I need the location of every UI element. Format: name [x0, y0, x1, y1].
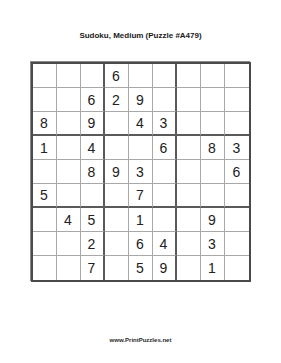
- sudoku-cell-r5c9: 6: [225, 160, 249, 184]
- sudoku-cell-r3c2: [57, 112, 81, 136]
- sudoku-cell-r2c5: 9: [129, 88, 153, 112]
- sudoku-cell-r1c6: [153, 64, 177, 88]
- sudoku-cell-r8c6: 4: [153, 232, 177, 256]
- sudoku-cell-r7c9: [225, 208, 249, 232]
- sudoku-cell-r8c4: [105, 232, 129, 256]
- sudoku-cell-r7c3: 5: [81, 208, 105, 232]
- sudoku-grid: 6629894314683893657451926437591: [31, 62, 251, 282]
- sudoku-cell-r7c8: 9: [201, 208, 225, 232]
- sudoku-cell-r9c2: [57, 256, 81, 280]
- sudoku-cell-r5c5: 3: [129, 160, 153, 184]
- sudoku-cell-r2c7: [177, 88, 201, 112]
- sudoku-cell-r4c7: [177, 136, 201, 160]
- sudoku-cell-r4c6: 6: [153, 136, 177, 160]
- sudoku-cell-r9c7: [177, 256, 201, 280]
- sudoku-cell-r8c7: [177, 232, 201, 256]
- sudoku-cell-r3c5: 4: [129, 112, 153, 136]
- sudoku-cell-r2c9: [225, 88, 249, 112]
- sudoku-cell-r7c4: [105, 208, 129, 232]
- sudoku-cell-r3c3: 9: [81, 112, 105, 136]
- sudoku-cell-r5c1: [33, 160, 57, 184]
- sudoku-cell-r1c3: [81, 64, 105, 88]
- sudoku-cell-r5c3: 8: [81, 160, 105, 184]
- sudoku-cell-r4c4: [105, 136, 129, 160]
- sudoku-cell-r3c1: 8: [33, 112, 57, 136]
- sudoku-cell-r7c5: 1: [129, 208, 153, 232]
- sudoku-cell-r8c9: [225, 232, 249, 256]
- sudoku-cell-r1c8: [201, 64, 225, 88]
- sudoku-cell-r4c2: [57, 136, 81, 160]
- sudoku-cell-r8c5: 6: [129, 232, 153, 256]
- sudoku-cell-r9c5: 5: [129, 256, 153, 280]
- sudoku-cell-r8c8: 3: [201, 232, 225, 256]
- sudoku-cell-r3c9: [225, 112, 249, 136]
- sudoku-cell-r6c2: [57, 184, 81, 208]
- sudoku-cell-r1c7: [177, 64, 201, 88]
- sudoku-cell-r6c7: [177, 184, 201, 208]
- sudoku-cell-r2c1: [33, 88, 57, 112]
- sudoku-cell-r2c2: [57, 88, 81, 112]
- sudoku-cell-r8c1: [33, 232, 57, 256]
- sudoku-cell-r2c8: [201, 88, 225, 112]
- sudoku-cell-r3c4: [105, 112, 129, 136]
- sudoku-cell-r1c2: [57, 64, 81, 88]
- sudoku-cell-r9c6: 9: [153, 256, 177, 280]
- sudoku-cell-r4c3: 4: [81, 136, 105, 160]
- sudoku-cell-r2c3: 6: [81, 88, 105, 112]
- sudoku-cell-r7c6: [153, 208, 177, 232]
- sudoku-cell-r1c9: [225, 64, 249, 88]
- sudoku-cell-r6c6: [153, 184, 177, 208]
- sudoku-cell-r1c4: 6: [105, 64, 129, 88]
- sudoku-cell-r1c1: [33, 64, 57, 88]
- sudoku-cell-r5c8: [201, 160, 225, 184]
- sudoku-cell-r9c4: [105, 256, 129, 280]
- sudoku-cell-r5c2: [57, 160, 81, 184]
- page-title: Sudoku, Medium (Puzzle #A479): [0, 31, 281, 40]
- sudoku-cell-r9c3: 7: [81, 256, 105, 280]
- sudoku-cell-r2c6: [153, 88, 177, 112]
- sudoku-cell-r1c5: [129, 64, 153, 88]
- sudoku-cell-r6c5: 7: [129, 184, 153, 208]
- sudoku-cell-r5c6: [153, 160, 177, 184]
- sudoku-cell-r4c1: 1: [33, 136, 57, 160]
- sudoku-cell-r8c2: [57, 232, 81, 256]
- sudoku-cell-r6c9: [225, 184, 249, 208]
- footer-url: www.PrintPuzzles.net: [0, 337, 281, 343]
- sudoku-cell-r9c9: [225, 256, 249, 280]
- sudoku-cell-r4c5: [129, 136, 153, 160]
- sudoku-cell-r9c1: [33, 256, 57, 280]
- sudoku-cell-r4c8: 8: [201, 136, 225, 160]
- sudoku-cell-r8c3: 2: [81, 232, 105, 256]
- sudoku-cell-r3c8: [201, 112, 225, 136]
- sudoku-cell-r7c2: 4: [57, 208, 81, 232]
- sudoku-cell-r6c3: [81, 184, 105, 208]
- sudoku-cell-r3c7: [177, 112, 201, 136]
- sudoku-cell-r5c4: 9: [105, 160, 129, 184]
- sudoku-cell-r7c7: [177, 208, 201, 232]
- sudoku-cell-r7c1: [33, 208, 57, 232]
- sudoku-cell-r6c4: [105, 184, 129, 208]
- sudoku-cell-r2c4: 2: [105, 88, 129, 112]
- sudoku-cell-r3c6: 3: [153, 112, 177, 136]
- board-container: 6629894314683893657451926437591: [31, 62, 251, 282]
- sudoku-cell-r4c9: 3: [225, 136, 249, 160]
- sudoku-cell-r9c8: 1: [201, 256, 225, 280]
- sudoku-cell-r5c7: [177, 160, 201, 184]
- sudoku-cell-r6c1: 5: [33, 184, 57, 208]
- sudoku-cell-r6c8: [201, 184, 225, 208]
- puzzle-page: Sudoku, Medium (Puzzle #A479) 6629894314…: [0, 0, 281, 363]
